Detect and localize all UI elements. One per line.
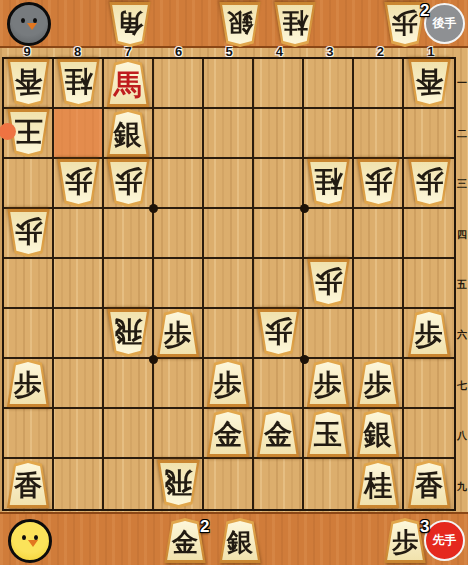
piece-glyph: 歩 (407, 159, 452, 207)
board-square-7一[interactable]: 馬 (104, 59, 154, 109)
piece-glyph: 香 (6, 59, 51, 107)
piece-歩-4六[interactable]: 歩 (256, 309, 301, 357)
sente-avatar-chick-icon (8, 519, 52, 563)
board-square-1八[interactable] (404, 409, 454, 459)
board-square-9三[interactable] (4, 159, 54, 209)
board-square-9四[interactable]: 歩 (4, 209, 54, 259)
file-label-6: 6 (172, 44, 186, 59)
board-square-2八[interactable]: 銀 (354, 409, 404, 459)
rank-label-五: 五 (456, 278, 468, 292)
board-square-4八[interactable]: 金 (254, 409, 304, 459)
board-square-6四[interactable] (154, 209, 204, 259)
board: 香桂馬香王銀歩歩桂歩歩歩歩飛歩歩歩歩歩歩歩金金玉銀香飛桂香 (2, 57, 456, 511)
piece-glyph: 銀 (106, 109, 151, 157)
hand-piece-銀-gote[interactable]: 銀 (218, 2, 262, 47)
board-square-2七[interactable]: 歩 (354, 359, 404, 409)
board-square-1三[interactable]: 歩 (404, 159, 454, 209)
board-square-8八[interactable] (54, 409, 104, 459)
rank-label-六: 六 (456, 328, 468, 342)
board-square-7八[interactable] (104, 409, 154, 459)
board-square-1五[interactable] (404, 259, 454, 309)
piece-飛-6九[interactable]: 飛 (156, 460, 201, 508)
piece-glyph: 歩 (256, 309, 301, 357)
board-square-6八[interactable] (154, 409, 204, 459)
board-square-2九[interactable]: 桂 (354, 459, 404, 509)
piece-glyph: 玉 (306, 409, 351, 457)
piece-香-9九[interactable]: 香 (6, 460, 51, 508)
board-square-3一[interactable] (304, 59, 354, 109)
board-square-4四[interactable] (254, 209, 304, 259)
board-square-1二[interactable] (404, 109, 454, 159)
board-square-8五[interactable] (54, 259, 104, 309)
board-square-5七[interactable]: 歩 (204, 359, 254, 409)
piece-glyph: 角 (108, 2, 152, 47)
piece-歩-1六[interactable]: 歩 (407, 309, 452, 357)
piece-玉-3八[interactable]: 玉 (306, 409, 351, 457)
board-square-4一[interactable] (254, 59, 304, 109)
board-square-6六[interactable]: 歩 (154, 309, 204, 359)
piece-銀-2八[interactable]: 銀 (356, 409, 401, 457)
board-square-5八[interactable]: 金 (204, 409, 254, 459)
rank-coordinates: 一二三四五六七八九 (456, 57, 468, 511)
piece-glyph: 銀 (218, 2, 262, 47)
file-label-3: 3 (323, 44, 337, 59)
piece-glyph: 歩 (407, 309, 452, 357)
piece-歩-9四[interactable]: 歩 (6, 209, 51, 257)
piece-歩-8三[interactable]: 歩 (56, 159, 101, 207)
hand-piece-count: 3 (420, 517, 429, 537)
board-square-6二[interactable] (154, 109, 204, 159)
piece-glyph: 金 (206, 409, 251, 457)
board-square-8九[interactable] (54, 459, 104, 509)
board-square-7七[interactable] (104, 359, 154, 409)
piece-glyph: 香 (6, 460, 51, 508)
piece-glyph: 銀 (218, 518, 262, 563)
board-square-6五[interactable] (154, 259, 204, 309)
piece-歩-5七[interactable]: 歩 (206, 359, 251, 407)
piece-歩-3七[interactable]: 歩 (306, 359, 351, 407)
board-square-5三[interactable] (204, 159, 254, 209)
board-square-6一[interactable] (154, 59, 204, 109)
board-square-2一[interactable] (354, 59, 404, 109)
board-square-2三[interactable]: 歩 (354, 159, 404, 209)
rank-label-一: 一 (456, 76, 468, 90)
hand-piece-銀-sente[interactable]: 銀 (218, 518, 262, 563)
piece-金-4八[interactable]: 金 (256, 409, 301, 457)
board-square-2六[interactable] (354, 309, 404, 359)
board-square-4九[interactable] (254, 459, 304, 509)
board-square-9七[interactable]: 歩 (4, 359, 54, 409)
board-square-1四[interactable] (404, 209, 454, 259)
board-square-3四[interactable] (304, 209, 354, 259)
piece-glyph: 歩 (306, 359, 351, 407)
piece-glyph: 香 (407, 59, 452, 107)
avatar-eye-icon (22, 535, 26, 540)
hand-piece-桂-gote[interactable]: 桂 (273, 2, 317, 47)
board-square-4五[interactable] (254, 259, 304, 309)
board-square-9一[interactable]: 香 (4, 59, 54, 109)
piece-銀-7二[interactable]: 銀 (106, 109, 151, 157)
piece-glyph: 桂 (356, 460, 401, 508)
piece-香-9一[interactable]: 香 (6, 59, 51, 107)
board-square-8七[interactable] (54, 359, 104, 409)
gote-player-badge: 後手 (424, 3, 465, 44)
board-square-9五[interactable] (4, 259, 54, 309)
board-square-7四[interactable] (104, 209, 154, 259)
board-square-3六[interactable] (304, 309, 354, 359)
board-square-5四[interactable] (204, 209, 254, 259)
rank-label-八: 八 (456, 429, 468, 443)
board-square-1七[interactable] (404, 359, 454, 409)
file-label-9: 9 (20, 44, 34, 59)
board-square-2四[interactable] (354, 209, 404, 259)
file-label-8: 8 (71, 44, 85, 59)
board-square-5一[interactable] (204, 59, 254, 109)
piece-glyph: 歩 (156, 309, 201, 357)
board-square-8四[interactable] (54, 209, 104, 259)
gote-hand-bar: 後手 角銀桂歩2 (0, 0, 468, 48)
board-square-7六[interactable]: 飛 (104, 309, 154, 359)
board-square-6九[interactable]: 飛 (154, 459, 204, 509)
piece-桂-2九[interactable]: 桂 (356, 460, 401, 508)
board-square-3八[interactable]: 玉 (304, 409, 354, 459)
piece-glyph: 歩 (356, 159, 401, 207)
board-square-9六[interactable] (4, 309, 54, 359)
piece-glyph: 銀 (356, 409, 401, 457)
piece-歩-1三[interactable]: 歩 (407, 159, 452, 207)
board-square-5二[interactable] (204, 109, 254, 159)
piece-歩-2七[interactable]: 歩 (356, 359, 401, 407)
board-square-3二[interactable] (304, 109, 354, 159)
piece-桂-3三[interactable]: 桂 (306, 159, 351, 207)
gote-label: 後手 (433, 15, 457, 32)
board-square-5五[interactable] (204, 259, 254, 309)
shogi-app: 後手 角銀桂歩2 987654321 香桂馬香王銀歩歩桂歩歩歩歩飛歩歩歩歩歩歩歩… (0, 0, 468, 565)
piece-歩-3五[interactable]: 歩 (306, 259, 351, 307)
piece-glyph: 歩 (206, 359, 251, 407)
rank-label-二: 二 (456, 127, 468, 141)
board-square-8六[interactable] (54, 309, 104, 359)
board-square-5六[interactable] (204, 309, 254, 359)
board-square-2五[interactable] (354, 259, 404, 309)
board-square-1六[interactable]: 歩 (404, 309, 454, 359)
board-square-4二[interactable] (254, 109, 304, 159)
board-square-9九[interactable]: 香 (4, 459, 54, 509)
board-square-6七[interactable] (154, 359, 204, 409)
board-square-3七[interactable]: 歩 (304, 359, 354, 409)
board-square-2二[interactable] (354, 109, 404, 159)
rank-label-三: 三 (456, 177, 468, 191)
board-square-1一[interactable]: 香 (404, 59, 454, 109)
board-square-4六[interactable]: 歩 (254, 309, 304, 359)
piece-glyph: 歩 (6, 209, 51, 257)
board-square-7三[interactable]: 歩 (104, 159, 154, 209)
board-square-9八[interactable] (4, 409, 54, 459)
piece-歩-7三[interactable]: 歩 (106, 159, 151, 207)
rank-label-四: 四 (456, 228, 468, 242)
piece-金-5八[interactable]: 金 (206, 409, 251, 457)
piece-香-1九[interactable]: 香 (407, 460, 452, 508)
piece-glyph: 歩 (56, 159, 101, 207)
sente-label: 先手 (433, 532, 457, 549)
piece-glyph: 歩 (6, 359, 51, 407)
board-square-6三[interactable] (154, 159, 204, 209)
piece-glyph: 馬 (106, 59, 151, 107)
hand-piece-count: 2 (420, 1, 429, 21)
piece-馬-7一[interactable]: 馬 (106, 59, 151, 107)
piece-glyph: 飛 (156, 460, 201, 508)
sente-hand-bar: 先手 金2銀歩3 (0, 512, 468, 565)
piece-glyph: 桂 (56, 59, 101, 107)
hand-piece-角-gote[interactable]: 角 (108, 2, 152, 47)
piece-glyph: 桂 (306, 159, 351, 207)
piece-glyph: 金 (256, 409, 301, 457)
board-square-7二[interactable]: 銀 (104, 109, 154, 159)
board-square-8三[interactable]: 歩 (54, 159, 104, 209)
board-square-7九[interactable] (104, 459, 154, 509)
board-square-3五[interactable]: 歩 (304, 259, 354, 309)
piece-glyph: 歩 (356, 359, 401, 407)
avatar-eye-icon (21, 18, 25, 23)
piece-歩-9七[interactable]: 歩 (6, 359, 51, 407)
board-square-7五[interactable] (104, 259, 154, 309)
sente-player-badge: 先手 (424, 520, 465, 561)
rank-label-七: 七 (456, 379, 468, 393)
board-square-1九[interactable]: 香 (404, 459, 454, 509)
board-square-8二[interactable] (54, 109, 104, 159)
board-square-5九[interactable] (204, 459, 254, 509)
piece-桂-8一[interactable]: 桂 (56, 59, 101, 107)
piece-glyph: 歩 (106, 159, 151, 207)
piece-glyph: 飛 (106, 309, 151, 357)
board-square-3三[interactable]: 桂 (304, 159, 354, 209)
avatar-beak-icon (28, 540, 38, 547)
board-square-4三[interactable] (254, 159, 304, 209)
piece-飛-7六[interactable]: 飛 (106, 309, 151, 357)
piece-glyph: 歩 (306, 259, 351, 307)
piece-歩-2三[interactable]: 歩 (356, 159, 401, 207)
hand-piece-count: 2 (200, 517, 209, 537)
avatar-beak-icon (27, 23, 37, 30)
piece-glyph: 香 (407, 460, 452, 508)
board-square-8一[interactable]: 桂 (54, 59, 104, 109)
gote-avatar-chick-icon (7, 2, 51, 46)
piece-香-1一[interactable]: 香 (407, 59, 452, 107)
piece-glyph: 桂 (273, 2, 317, 47)
rank-label-九: 九 (456, 480, 468, 494)
board-square-3九[interactable] (304, 459, 354, 509)
piece-歩-6六[interactable]: 歩 (156, 309, 201, 357)
board-square-4七[interactable] (254, 359, 304, 409)
